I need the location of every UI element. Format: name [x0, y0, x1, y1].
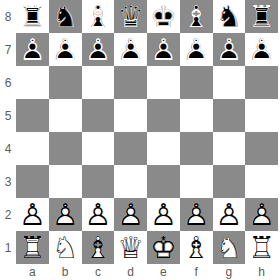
- piece-white-pawn: ♟♙: [114, 198, 147, 231]
- square-e7[interactable]: ♟♙: [147, 33, 180, 66]
- square-b3[interactable]: [49, 165, 82, 198]
- piece-white-pawn: ♟♙: [49, 198, 82, 231]
- square-d3[interactable]: [114, 165, 147, 198]
- square-d1[interactable]: ♛♕: [114, 231, 147, 264]
- square-h1[interactable]: ♜♖: [245, 231, 278, 264]
- square-a4[interactable]: [16, 132, 49, 165]
- square-c6[interactable]: [82, 66, 115, 99]
- chess-diagram: 87654321 ♜♖♞♘♝♗♛♕♚♔♝♗♞♘♜♖♟♙♟♙♟♙♟♙♟♙♟♙♟♙♟…: [0, 0, 280, 280]
- square-b7[interactable]: ♟♙: [49, 33, 82, 66]
- piece-black-pawn: ♟♙: [180, 33, 213, 66]
- square-c3[interactable]: [82, 165, 115, 198]
- piece-black-bishop: ♝♗: [82, 0, 115, 33]
- piece-white-pawn: ♟♙: [147, 198, 180, 231]
- square-a2[interactable]: ♟♙: [16, 198, 49, 231]
- piece-black-rook: ♜♖: [245, 0, 278, 33]
- square-a8[interactable]: ♜♖: [16, 0, 49, 33]
- square-e2[interactable]: ♟♙: [147, 198, 180, 231]
- rank-label-6: 6: [0, 66, 16, 99]
- square-d2[interactable]: ♟♙: [114, 198, 147, 231]
- square-g1[interactable]: ♞♘: [213, 231, 246, 264]
- square-b5[interactable]: [49, 99, 82, 132]
- square-d8[interactable]: ♛♕: [114, 0, 147, 33]
- piece-white-pawn: ♟♙: [16, 198, 49, 231]
- square-e5[interactable]: [147, 99, 180, 132]
- square-g8[interactable]: ♞♘: [213, 0, 246, 33]
- square-g4[interactable]: [213, 132, 246, 165]
- piece-white-queen: ♛♕: [114, 231, 147, 264]
- square-h6[interactable]: [245, 66, 278, 99]
- square-b1[interactable]: ♞♘: [49, 231, 82, 264]
- rank-label-1: 1: [0, 231, 16, 264]
- square-a5[interactable]: [16, 99, 49, 132]
- square-b4[interactable]: [49, 132, 82, 165]
- square-c4[interactable]: [82, 132, 115, 165]
- square-f7[interactable]: ♟♙: [180, 33, 213, 66]
- piece-white-king: ♚♔: [147, 231, 180, 264]
- square-d5[interactable]: [114, 99, 147, 132]
- piece-white-rook: ♜♖: [16, 231, 49, 264]
- square-f2[interactable]: ♟♙: [180, 198, 213, 231]
- square-g3[interactable]: [213, 165, 246, 198]
- piece-white-knight: ♞♘: [49, 231, 82, 264]
- rank-label-5: 5: [0, 99, 16, 132]
- piece-white-bishop: ♝♗: [180, 231, 213, 264]
- piece-white-knight: ♞♘: [213, 231, 246, 264]
- square-e8[interactable]: ♚♔: [147, 0, 180, 33]
- square-b2[interactable]: ♟♙: [49, 198, 82, 231]
- rank-label-7: 7: [0, 33, 16, 66]
- square-c8[interactable]: ♝♗: [82, 0, 115, 33]
- rank-label-8: 8: [0, 0, 16, 33]
- square-a7[interactable]: ♟♙: [16, 33, 49, 66]
- file-label-g: g: [213, 264, 246, 280]
- square-e3[interactable]: [147, 165, 180, 198]
- square-g6[interactable]: [213, 66, 246, 99]
- piece-white-pawn: ♟♙: [213, 198, 246, 231]
- piece-black-knight: ♞♘: [213, 0, 246, 33]
- square-f4[interactable]: [180, 132, 213, 165]
- square-c1[interactable]: ♝♗: [82, 231, 115, 264]
- file-label-h: h: [245, 264, 278, 280]
- file-label-c: c: [82, 264, 115, 280]
- square-h5[interactable]: [245, 99, 278, 132]
- piece-white-pawn: ♟♙: [82, 198, 115, 231]
- piece-black-queen: ♛♕: [114, 0, 147, 33]
- piece-white-bishop: ♝♗: [82, 231, 115, 264]
- rank-label-2: 2: [0, 198, 16, 231]
- rank-labels: 87654321: [0, 0, 16, 264]
- square-f1[interactable]: ♝♗: [180, 231, 213, 264]
- piece-black-rook: ♜♖: [16, 0, 49, 33]
- square-e1[interactable]: ♚♔: [147, 231, 180, 264]
- piece-black-bishop: ♝♗: [180, 0, 213, 33]
- rank-label-4: 4: [0, 132, 16, 165]
- piece-black-knight: ♞♘: [49, 0, 82, 33]
- square-b6[interactable]: [49, 66, 82, 99]
- square-g5[interactable]: [213, 99, 246, 132]
- piece-black-pawn: ♟♙: [16, 33, 49, 66]
- square-g2[interactable]: ♟♙: [213, 198, 246, 231]
- square-a6[interactable]: [16, 66, 49, 99]
- file-label-e: e: [147, 264, 180, 280]
- square-c7[interactable]: ♟♙: [82, 33, 115, 66]
- square-f5[interactable]: [180, 99, 213, 132]
- square-h7[interactable]: ♟♙: [245, 33, 278, 66]
- square-h2[interactable]: ♟♙: [245, 198, 278, 231]
- rank-label-3: 3: [0, 165, 16, 198]
- square-h8[interactable]: ♜♖: [245, 0, 278, 33]
- square-e6[interactable]: [147, 66, 180, 99]
- square-e4[interactable]: [147, 132, 180, 165]
- piece-black-pawn: ♟♙: [114, 33, 147, 66]
- square-d6[interactable]: [114, 66, 147, 99]
- square-h4[interactable]: [245, 132, 278, 165]
- file-labels: abcdefgh: [16, 264, 278, 280]
- piece-black-pawn: ♟♙: [245, 33, 278, 66]
- square-b8[interactable]: ♞♘: [49, 0, 82, 33]
- square-f6[interactable]: [180, 66, 213, 99]
- square-h3[interactable]: [245, 165, 278, 198]
- piece-white-pawn: ♟♙: [245, 198, 278, 231]
- piece-black-pawn: ♟♙: [147, 33, 180, 66]
- piece-white-rook: ♜♖: [245, 231, 278, 264]
- square-a3[interactable]: [16, 165, 49, 198]
- piece-black-pawn: ♟♙: [49, 33, 82, 66]
- chess-board: ♜♖♞♘♝♗♛♕♚♔♝♗♞♘♜♖♟♙♟♙♟♙♟♙♟♙♟♙♟♙♟♙♟♙♟♙♟♙♟♙…: [16, 0, 278, 264]
- square-g7[interactable]: ♟♙: [213, 33, 246, 66]
- square-f3[interactable]: [180, 165, 213, 198]
- square-d7[interactable]: ♟♙: [114, 33, 147, 66]
- square-d4[interactable]: [114, 132, 147, 165]
- file-label-d: d: [114, 264, 147, 280]
- square-c2[interactable]: ♟♙: [82, 198, 115, 231]
- square-c5[interactable]: [82, 99, 115, 132]
- piece-black-king: ♚♔: [147, 0, 180, 33]
- file-label-f: f: [180, 264, 213, 280]
- piece-white-pawn: ♟♙: [180, 198, 213, 231]
- file-label-a: a: [16, 264, 49, 280]
- piece-black-pawn: ♟♙: [82, 33, 115, 66]
- square-a1[interactable]: ♜♖: [16, 231, 49, 264]
- piece-black-pawn: ♟♙: [213, 33, 246, 66]
- file-label-b: b: [49, 264, 82, 280]
- square-f8[interactable]: ♝♗: [180, 0, 213, 33]
